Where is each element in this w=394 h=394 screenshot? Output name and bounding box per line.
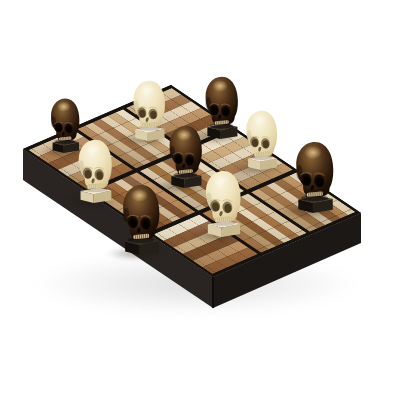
skull-graphic: [242, 109, 281, 170]
skull-graphic: [118, 183, 164, 255]
skull-graphic: [165, 124, 206, 188]
piece-ivory-skull-r2c1[interactable]: [201, 169, 245, 237]
skull-graphic: [291, 140, 338, 213]
skull-graphic: [74, 138, 116, 203]
skull-graphic: [129, 79, 169, 141]
piece-dark-skull-r2c0[interactable]: [118, 183, 164, 255]
skull-graphic: [201, 75, 242, 139]
skull-graphic: [201, 169, 245, 237]
piece-ivory-skull-r1c2[interactable]: [242, 109, 281, 170]
piece-dark-skull-r1c1[interactable]: [165, 124, 206, 188]
piece-ivory-skull-r0c1[interactable]: [129, 79, 169, 141]
piece-dark-skull-r0c2[interactable]: [201, 75, 242, 139]
base-corner-seam: [212, 277, 214, 308]
piece-dark-skull-r2c2[interactable]: [291, 140, 338, 213]
skull-tic-tac-toe-scene: [0, 0, 394, 394]
piece-ivory-skull-r1c0[interactable]: [74, 138, 116, 203]
